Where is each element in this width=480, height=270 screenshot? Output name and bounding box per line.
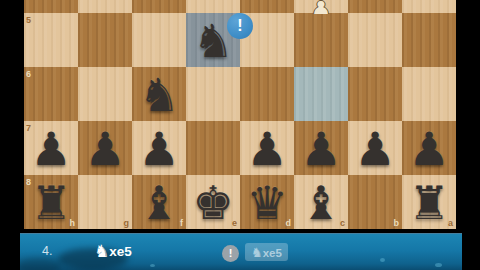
square-g8[interactable]: g xyxy=(78,175,132,229)
square-b5[interactable] xyxy=(348,13,402,67)
rank-label-8: 8 xyxy=(26,177,31,187)
rank-label-5: 5 xyxy=(26,15,31,25)
piece-black-pawn-a7[interactable]: ♟ xyxy=(402,121,456,175)
square-h6[interactable]: 6 xyxy=(24,67,78,121)
square-e4[interactable] xyxy=(186,0,240,13)
exclamation-badge-icon: ! xyxy=(222,245,239,262)
played-move[interactable]: ♞xe5 xyxy=(94,241,132,261)
background-shadow-blob xyxy=(20,258,62,270)
square-g6[interactable] xyxy=(78,67,132,121)
piece-black-knight-f6[interactable]: ♞ xyxy=(132,67,186,121)
square-a4[interactable] xyxy=(402,0,456,13)
square-b4[interactable] xyxy=(348,0,402,13)
piece-black-pawn-c7[interactable]: ♟ xyxy=(294,121,348,175)
move-bar: 4. ♞xe5 ! ♞xe5 xyxy=(20,233,462,270)
square-b6[interactable] xyxy=(348,67,402,121)
file-label-h: h xyxy=(70,218,76,228)
letterbox-left xyxy=(0,0,24,270)
rank-label-6: 6 xyxy=(26,69,31,79)
move-annotation-badge-icon: ! xyxy=(227,13,253,39)
square-e6[interactable] xyxy=(186,67,240,121)
file-label-d: d xyxy=(286,218,292,228)
piece-black-bishop-f8[interactable]: ♝ xyxy=(132,175,186,229)
square-a5[interactable] xyxy=(402,13,456,67)
played-move-text: xe5 xyxy=(109,244,132,259)
square-f5[interactable] xyxy=(132,13,186,67)
square-a6[interactable] xyxy=(402,67,456,121)
square-b8[interactable]: b xyxy=(348,175,402,229)
background-sparkle xyxy=(435,263,442,267)
square-c6[interactable] xyxy=(294,67,348,121)
square-h5[interactable]: 5 xyxy=(24,13,78,67)
piece-black-pawn-d7[interactable]: ♟ xyxy=(240,121,294,175)
piece-black-pawn-h7[interactable]: ♟ xyxy=(24,121,78,175)
background-sparkle xyxy=(380,258,385,262)
square-g4[interactable] xyxy=(78,0,132,13)
file-label-b: b xyxy=(394,218,400,228)
move-number: 4. xyxy=(42,244,52,258)
square-g5[interactable] xyxy=(78,13,132,67)
ghost-move-pill[interactable]: ♞xe5 xyxy=(245,243,288,261)
square-d4[interactable] xyxy=(240,0,294,13)
file-label-g: g xyxy=(124,218,130,228)
app-stage: 12345678hgfedcba♟♞♞♟♟♟♟♟♟♟♜♝♚♛♝♜ ! 4. ♞x… xyxy=(0,0,480,270)
file-label-f: f xyxy=(180,218,183,228)
file-label-e: e xyxy=(232,218,237,228)
file-label-a: a xyxy=(448,218,453,228)
square-e7[interactable] xyxy=(186,121,240,175)
piece-white-pawn-c4[interactable]: ♟ xyxy=(294,0,348,14)
piece-black-pawn-b7[interactable]: ♟ xyxy=(348,121,402,175)
file-label-c: c xyxy=(340,218,345,228)
piece-black-pawn-f7[interactable]: ♟ xyxy=(132,121,186,175)
piece-black-pawn-g7[interactable]: ♟ xyxy=(78,121,132,175)
ghost-move-text: xe5 xyxy=(263,247,282,259)
knight-icon: ♞ xyxy=(94,241,109,261)
square-c5[interactable] xyxy=(294,13,348,67)
rank-label-7: 7 xyxy=(26,123,31,133)
square-d6[interactable] xyxy=(240,67,294,121)
letterbox-right xyxy=(456,0,480,270)
knight-icon: ♞ xyxy=(251,245,263,260)
square-h4[interactable]: 4 xyxy=(24,0,78,13)
square-f4[interactable] xyxy=(132,0,186,13)
white-pawn-icon: ♟ xyxy=(294,0,348,14)
background-sparkle xyxy=(150,264,155,267)
